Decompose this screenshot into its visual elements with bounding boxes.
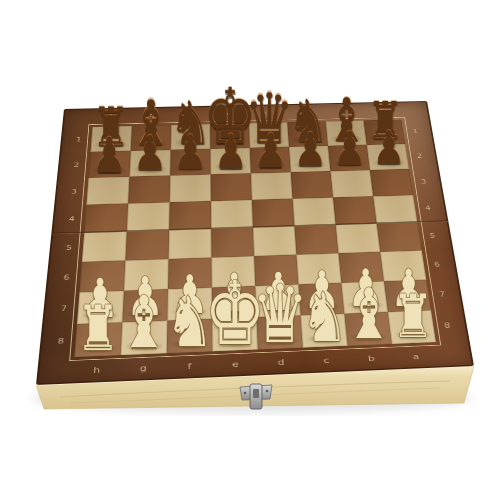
rank-label-left-5: 5 xyxy=(66,244,72,250)
file-label-bottom-g: g xyxy=(140,364,147,372)
piece-light-knight-c8[interactable]: ♞ xyxy=(301,284,348,351)
piece-dark-pawn-d2[interactable]: ♟ xyxy=(254,128,287,175)
rank-label-right-2: 2 xyxy=(416,153,422,158)
file-label-bottom-f: f xyxy=(188,362,192,370)
rank-label-right-5: 5 xyxy=(429,233,436,239)
square-g4[interactable] xyxy=(127,202,170,231)
piece-light-rook-a8[interactable]: ♜ xyxy=(392,287,434,346)
rank-label-right-1: 1 xyxy=(412,129,418,134)
rank-label-left-6: 6 xyxy=(63,274,70,281)
square-b5[interactable] xyxy=(336,224,381,254)
square-g5[interactable] xyxy=(125,230,169,260)
square-b4[interactable] xyxy=(333,196,377,225)
file-label-bottom-c: c xyxy=(323,356,329,364)
piece-light-bishop-b8[interactable]: ♝ xyxy=(345,280,394,349)
rank-label-left-4: 4 xyxy=(69,216,75,222)
piece-dark-pawn-g2[interactable]: ♟ xyxy=(133,131,167,179)
square-h4[interactable] xyxy=(84,204,128,233)
square-c5[interactable] xyxy=(294,225,338,255)
square-e4[interactable] xyxy=(211,200,253,229)
file-label-bottom-b: b xyxy=(367,354,375,362)
square-a5[interactable] xyxy=(377,222,422,252)
rank-label-left-8: 8 xyxy=(58,337,65,344)
square-c4[interactable] xyxy=(293,197,336,226)
rank-label-right-3: 3 xyxy=(421,179,427,185)
piece-dark-pawn-b2[interactable]: ♟ xyxy=(333,126,366,173)
square-e5[interactable] xyxy=(211,227,254,257)
rank-label-right-4: 4 xyxy=(425,205,431,211)
file-label-bottom-h: h xyxy=(93,366,100,374)
square-f4[interactable] xyxy=(169,201,211,230)
rank-label-right-8: 8 xyxy=(444,322,451,329)
product-photo-scene: 1122334455667788hhggffeeddccbbaa ♜♝♞♚♛♞♝… xyxy=(0,0,500,500)
piece-dark-pawn-a2[interactable]: ♟ xyxy=(373,126,406,173)
piece-light-bishop-g8[interactable]: ♝ xyxy=(119,288,169,360)
rank-label-right-6: 6 xyxy=(434,261,441,267)
square-d5[interactable] xyxy=(253,226,296,256)
square-f5[interactable] xyxy=(169,229,212,259)
square-h5[interactable] xyxy=(82,231,127,262)
piece-dark-pawn-h2[interactable]: ♟ xyxy=(92,131,126,180)
square-d4[interactable] xyxy=(252,199,295,228)
file-label-bottom-a: a xyxy=(412,352,419,360)
rank-label-left-1: 1 xyxy=(76,137,82,142)
rank-label-left-3: 3 xyxy=(71,189,77,195)
piece-dark-pawn-c2[interactable]: ♟ xyxy=(294,127,327,174)
piece-dark-pawn-f2[interactable]: ♟ xyxy=(174,130,208,178)
piece-light-queen-d8[interactable]: ♛ xyxy=(252,275,308,355)
rank-label-left-7: 7 xyxy=(61,305,68,312)
piece-light-rook-h8[interactable]: ♜ xyxy=(76,297,120,359)
square-a4[interactable] xyxy=(373,195,417,223)
piece-dark-pawn-e2[interactable]: ♟ xyxy=(214,129,247,177)
rank-label-left-2: 2 xyxy=(73,162,79,168)
rank-label-right-7: 7 xyxy=(439,291,446,298)
